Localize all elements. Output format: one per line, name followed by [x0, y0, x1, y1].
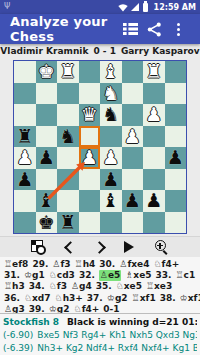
play-icon: [124, 241, 134, 253]
square-e5[interactable]: ♟: [79, 147, 101, 169]
square-a6[interactable]: [165, 169, 187, 191]
figurine-p-icon: ♙: [71, 281, 79, 291]
setup-board-button[interactable]: [31, 238, 46, 256]
figurine-n-icon: ♘: [49, 281, 57, 291]
move-token[interactable]: ♖h3: [4, 281, 25, 292]
white-pawn-d5: ♟: [102, 147, 119, 169]
square-h3[interactable]: [14, 104, 36, 126]
app-title: Analyze your Chess: [10, 14, 118, 44]
move-token[interactable]: ♙f3: [52, 259, 70, 270]
next-move-button[interactable]: [95, 238, 104, 256]
move-token[interactable]: 0-1: [103, 304, 119, 313]
chevron-right-icon: [93, 241, 106, 254]
move-token[interactable]: ♖c1: [175, 270, 195, 281]
signal-icon: [131, 3, 139, 11]
white-pawn-c4: ♟: [124, 126, 141, 148]
square-b2[interactable]: [143, 83, 165, 105]
black-pawn-a5: ♟: [167, 147, 184, 169]
move-token[interactable]: ♗xe5: [125, 270, 151, 281]
square-c3[interactable]: [122, 104, 144, 126]
square-e2[interactable]: [79, 83, 101, 105]
figurine-p-icon: ♙: [4, 304, 12, 313]
white-rook-b1: ♜: [145, 61, 162, 83]
board-toolbar: [0, 236, 200, 257]
square-e1[interactable]: [79, 61, 101, 83]
white-pawn-e5: ♟: [81, 147, 98, 169]
status-clock: 12:59 AM: [154, 3, 196, 12]
move-token[interactable]: ♘f3: [49, 281, 67, 292]
move-token[interactable]: 39.: [29, 304, 45, 313]
move-token[interactable]: ♖h4: [75, 259, 96, 270]
black-pawn-d6: ♟: [102, 169, 119, 191]
square-c7[interactable]: ♟: [122, 190, 144, 212]
figurine-k-icon: ♔: [107, 293, 115, 303]
black-pawn-c7: ♟: [124, 190, 141, 212]
square-f7[interactable]: [57, 190, 79, 212]
square-d3[interactable]: ♞: [100, 104, 122, 126]
white-king-g1: ♚: [38, 61, 55, 83]
engine-variation-line[interactable]: (-6.90)Bxe5 Nf3 Rg4+ Kh1 Nxh5 Qxd3 Ng3+ …: [3, 329, 197, 342]
square-f4[interactable]: ♞: [57, 126, 79, 148]
move-token[interactable]: ♙g4: [71, 281, 92, 292]
move-token[interactable]: ♔g2: [107, 293, 128, 304]
black-player-name: Garry Kasparov: [121, 46, 200, 56]
black-rook-h4: ♜: [16, 126, 33, 148]
square-h7[interactable]: [14, 190, 36, 212]
square-d5[interactable]: ♟: [100, 147, 122, 169]
move-token[interactable]: ♘f4+: [74, 304, 100, 313]
figurine-r-icon: ♖: [75, 259, 83, 269]
usb-debug-icon: Ψ: [4, 0, 10, 14]
square-h2[interactable]: [14, 83, 36, 105]
battery-icon: [143, 3, 148, 12]
square-a2[interactable]: [165, 83, 187, 105]
engine-panel: Stockfish 8 Black is winning d=21 01:41 …: [0, 314, 200, 355]
move-token[interactable]: ♖xe3: [146, 281, 172, 292]
square-g5[interactable]: ♟: [36, 147, 58, 169]
square-b8[interactable]: [143, 212, 165, 234]
white-knight-d2: ♞: [102, 83, 119, 105]
black-knight-d3: ♞: [102, 104, 119, 126]
black-rook-f8: ♜: [59, 212, 76, 234]
square-g3[interactable]: [36, 104, 58, 126]
square-a5[interactable]: ♟: [165, 147, 187, 169]
square-a7[interactable]: [165, 190, 187, 212]
figurine-p-icon: ♙: [119, 259, 127, 269]
square-f1[interactable]: ♜: [57, 61, 79, 83]
move-token[interactable]: ♖xf1: [132, 293, 156, 304]
square-f5[interactable]: [57, 147, 79, 169]
square-d4[interactable]: [100, 126, 122, 148]
play-button[interactable]: [124, 238, 134, 256]
engine-eval: (-6.39): [3, 343, 33, 353]
wifi-icon: [118, 3, 128, 12]
square-h5[interactable]: ♟: [14, 147, 36, 169]
move-token[interactable]: ♙g3: [4, 304, 25, 313]
move-token[interactable]: ♔g2: [49, 304, 70, 313]
black-pawn-b7: ♟: [145, 190, 162, 212]
square-f3[interactable]: [57, 104, 79, 126]
move-token[interactable]: 38.: [160, 293, 176, 304]
move-token[interactable]: ♔g1: [24, 270, 45, 281]
square-e8[interactable]: [79, 212, 101, 234]
engine-variation-line[interactable]: (-6.39)Nh3+ Kg2 Ndf4+ Rxf4 Nxf4+ Kg1 Bxe…: [3, 342, 197, 355]
square-f2[interactable]: [57, 83, 79, 105]
square-h8[interactable]: [14, 212, 36, 234]
square-e4[interactable]: [79, 126, 101, 148]
white-rook-f1: ♜: [59, 61, 76, 83]
black-knight-f4: ♞: [59, 126, 76, 148]
share-button[interactable]: [142, 17, 166, 41]
prev-move-button[interactable]: [66, 238, 75, 256]
move-token[interactable]: ♙fxe4: [119, 259, 149, 270]
engine-eval: (-6.90): [3, 330, 33, 340]
move-token[interactable]: 35.: [96, 281, 112, 292]
square-b5[interactable]: [143, 147, 165, 169]
view-list-icon: [122, 22, 139, 36]
black-pawn-g5: ♟: [38, 147, 55, 169]
figurine-r-icon: ♖: [4, 259, 12, 269]
move-token[interactable]: 37.: [87, 293, 103, 304]
figurine-k-icon: ♔: [24, 270, 32, 280]
move-token[interactable]: ♖ef8: [4, 259, 28, 270]
chevron-left-icon: [64, 241, 77, 254]
square-g7[interactable]: ♝: [36, 190, 58, 212]
square-h4[interactable]: ♜: [14, 126, 36, 148]
status-bar: Ψ 12:59 AM: [0, 0, 200, 14]
move-token[interactable]: 34.: [29, 281, 45, 292]
move-list[interactable]: ♖ef829.♙f3♖h430.♙fxe4♘f4+31.♔g1♘cd332.♙e…: [0, 257, 200, 313]
figurine-n-icon: ♘: [116, 281, 124, 291]
square-g6[interactable]: [36, 169, 58, 191]
move-token[interactable]: 30.: [99, 259, 115, 270]
share-icon: [147, 22, 162, 37]
square-a4[interactable]: [165, 126, 187, 148]
move-token[interactable]: ♔xf1: [180, 293, 200, 304]
square-b4[interactable]: [143, 126, 165, 148]
move-token[interactable]: ♘f4+: [153, 259, 179, 270]
square-a3[interactable]: [165, 104, 187, 126]
square-b3[interactable]: ♟: [143, 104, 165, 126]
move-line: ♖h334.♘f3♙g435.♘xe5♖xe3: [4, 281, 196, 292]
engine-name: Stockfish 8: [3, 317, 59, 327]
square-c4[interactable]: ♟: [122, 126, 144, 148]
board-setup-icon: [31, 240, 46, 255]
white-pawn-b3: ♟: [145, 104, 162, 126]
figurine-k-icon: ♔: [49, 304, 57, 313]
app-bar: Analyze your Chess: [0, 14, 200, 44]
move-line: ♙g339.♔g2♘f4+0-1: [4, 304, 196, 313]
move-token[interactable]: ♘xe5: [116, 281, 142, 292]
square-c6[interactable]: [122, 169, 144, 191]
square-e6[interactable]: [79, 169, 101, 191]
figurine-p-icon: ♙: [52, 259, 60, 269]
black-bishop-d7: ♝: [102, 190, 119, 212]
square-d7[interactable]: ♝: [100, 190, 122, 212]
square-a8[interactable]: [165, 212, 187, 234]
players-header: Vladimir Kramnik 0 - 1 Garry Kasparov: [0, 44, 200, 58]
move-line: 36.♘xd7♘h3+37.♔g2♖xf138.♔xf1: [4, 293, 196, 304]
figurine-r-icon: ♖: [4, 281, 12, 291]
square-f6[interactable]: [57, 169, 79, 191]
square-c1[interactable]: [122, 61, 144, 83]
square-h1[interactable]: [14, 61, 36, 83]
square-g2[interactable]: [36, 83, 58, 105]
square-c2[interactable]: [122, 83, 144, 105]
move-line: 31.♔g1♘cd332.♙e5♗xe533.♖c1: [4, 270, 196, 281]
square-d6[interactable]: ♟: [100, 169, 122, 191]
square-d8[interactable]: [100, 212, 122, 234]
square-e7[interactable]: [79, 190, 101, 212]
black-pawn-h6: ♟: [16, 169, 33, 191]
move-token[interactable]: ♘h3+: [55, 293, 83, 304]
square-e3[interactable]: ♛: [79, 104, 101, 126]
engine-status: Black is winning d=21 01:41: [67, 317, 197, 327]
move-token[interactable]: 29.: [32, 259, 48, 270]
figurine-r-icon: ♖: [132, 293, 140, 303]
square-b1[interactable]: ♜: [143, 61, 165, 83]
figurine-n-icon: ♘: [24, 293, 32, 303]
game-result: 0 - 1: [93, 46, 116, 56]
white-pawn-h5: ♟: [16, 147, 33, 169]
square-b7[interactable]: ♟: [143, 190, 165, 212]
square-g1[interactable]: ♚: [36, 61, 58, 83]
figurine-n-icon: ♘: [74, 304, 82, 313]
square-c5[interactable]: [122, 147, 144, 169]
move-line: ♖ef829.♙f3♖h430.♙fxe4♘f4+: [4, 259, 196, 270]
current-move[interactable]: ♙e5: [99, 270, 121, 281]
square-d1[interactable]: ♝: [100, 61, 122, 83]
figurine-n-icon: ♘: [55, 293, 63, 303]
zoom-in-icon: [154, 239, 170, 255]
board-area: ♚♜♝♜♞♛♞♟♜♞♟♟♟♟♟♟♟♟♝♝♟♟♚♜: [0, 58, 200, 236]
figurine-b-icon: ♗: [125, 270, 133, 280]
figurine-p-icon: ♙: [100, 270, 108, 280]
black-bishop-g7: ♝: [38, 190, 55, 212]
figurine-n-icon: ♘: [49, 270, 57, 280]
square-b6[interactable]: [143, 169, 165, 191]
figurine-n-icon: ♘: [153, 259, 161, 269]
move-token[interactable]: 33.: [156, 270, 172, 281]
square-h6[interactable]: ♟: [14, 169, 36, 191]
black-king-g8: ♚: [38, 212, 55, 234]
move-token[interactable]: 36.: [4, 293, 20, 304]
white-player-name: Vladimir Kramnik: [0, 46, 88, 56]
move-token[interactable]: ♘xd7: [24, 293, 51, 304]
game-list-button[interactable]: [118, 17, 142, 41]
zoom-in-button[interactable]: [154, 238, 170, 256]
square-f8[interactable]: ♜: [57, 212, 79, 234]
chess-board[interactable]: ♚♜♝♜♞♛♞♟♜♞♟♟♟♟♟♟♟♟♝♝♟♟♚♜: [13, 60, 187, 234]
white-queen-e3: ♛: [81, 104, 98, 126]
square-a1[interactable]: [165, 61, 187, 83]
square-d2[interactable]: ♞: [100, 83, 122, 105]
square-g4[interactable]: [36, 126, 58, 148]
overflow-dots-icon: [177, 23, 180, 36]
white-bishop-d1: ♝: [102, 61, 119, 83]
move-token[interactable]: ♘cd3: [49, 270, 75, 281]
figurine-r-icon: ♖: [146, 281, 154, 291]
overflow-menu-button[interactable]: [166, 17, 190, 41]
move-token[interactable]: 31.: [4, 270, 20, 281]
square-g8[interactable]: ♚: [36, 212, 58, 234]
figurine-r-icon: ♖: [175, 270, 183, 280]
move-token[interactable]: 32.: [79, 270, 95, 281]
square-c8[interactable]: [122, 212, 144, 234]
figurine-k-icon: ♔: [180, 293, 188, 303]
